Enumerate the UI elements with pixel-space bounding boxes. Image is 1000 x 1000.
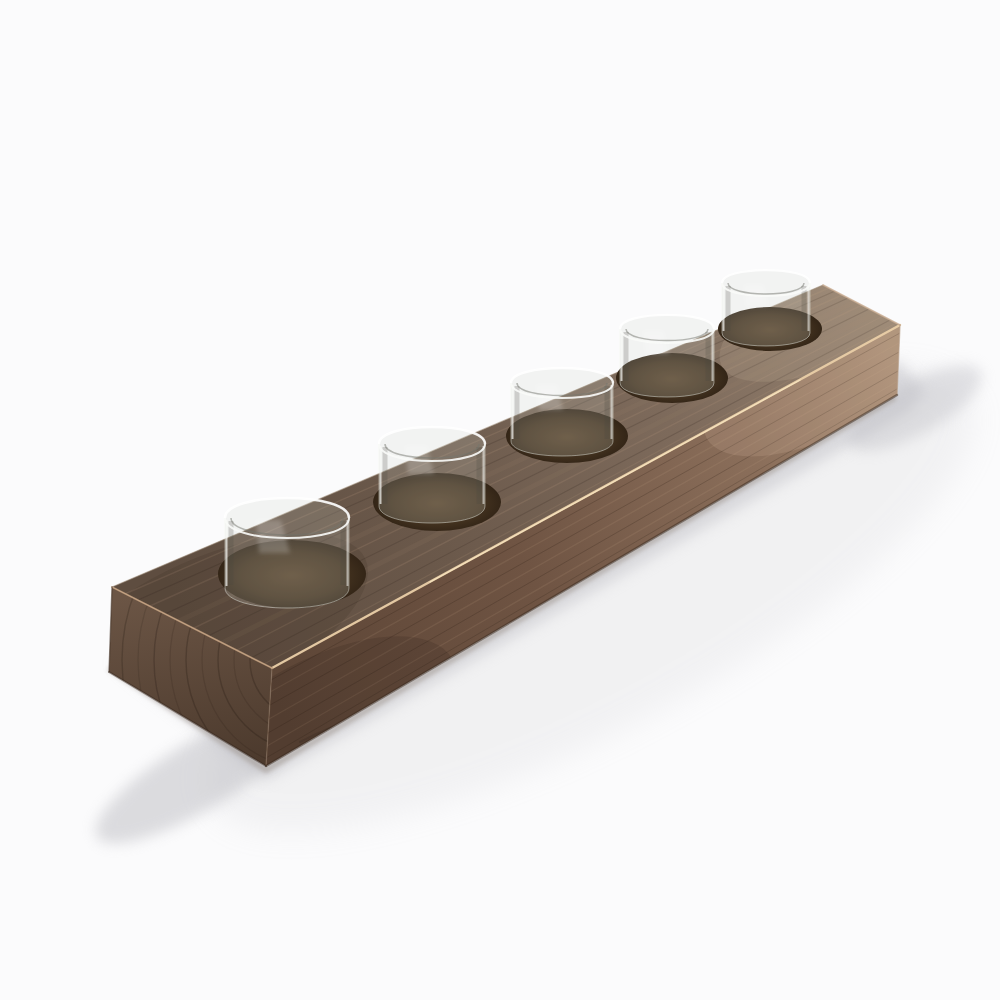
votive-cup-5 [718, 270, 822, 351]
glass-body-2 [379, 427, 485, 523]
candle-holder-illustration: Rustic wooden 5-votive candle holder wit… [0, 0, 1000, 1000]
product-photo: Studio product photograph on a white bac… [0, 0, 1000, 1000]
votive-cup-2 [373, 427, 501, 531]
glass-body-5 [722, 270, 810, 346]
glass-body-3 [511, 368, 613, 456]
votive-cup-3 [506, 368, 628, 463]
votive-cup-1 [218, 498, 366, 608]
votive-cup-4 [616, 315, 728, 403]
glass-body-4 [620, 315, 714, 397]
